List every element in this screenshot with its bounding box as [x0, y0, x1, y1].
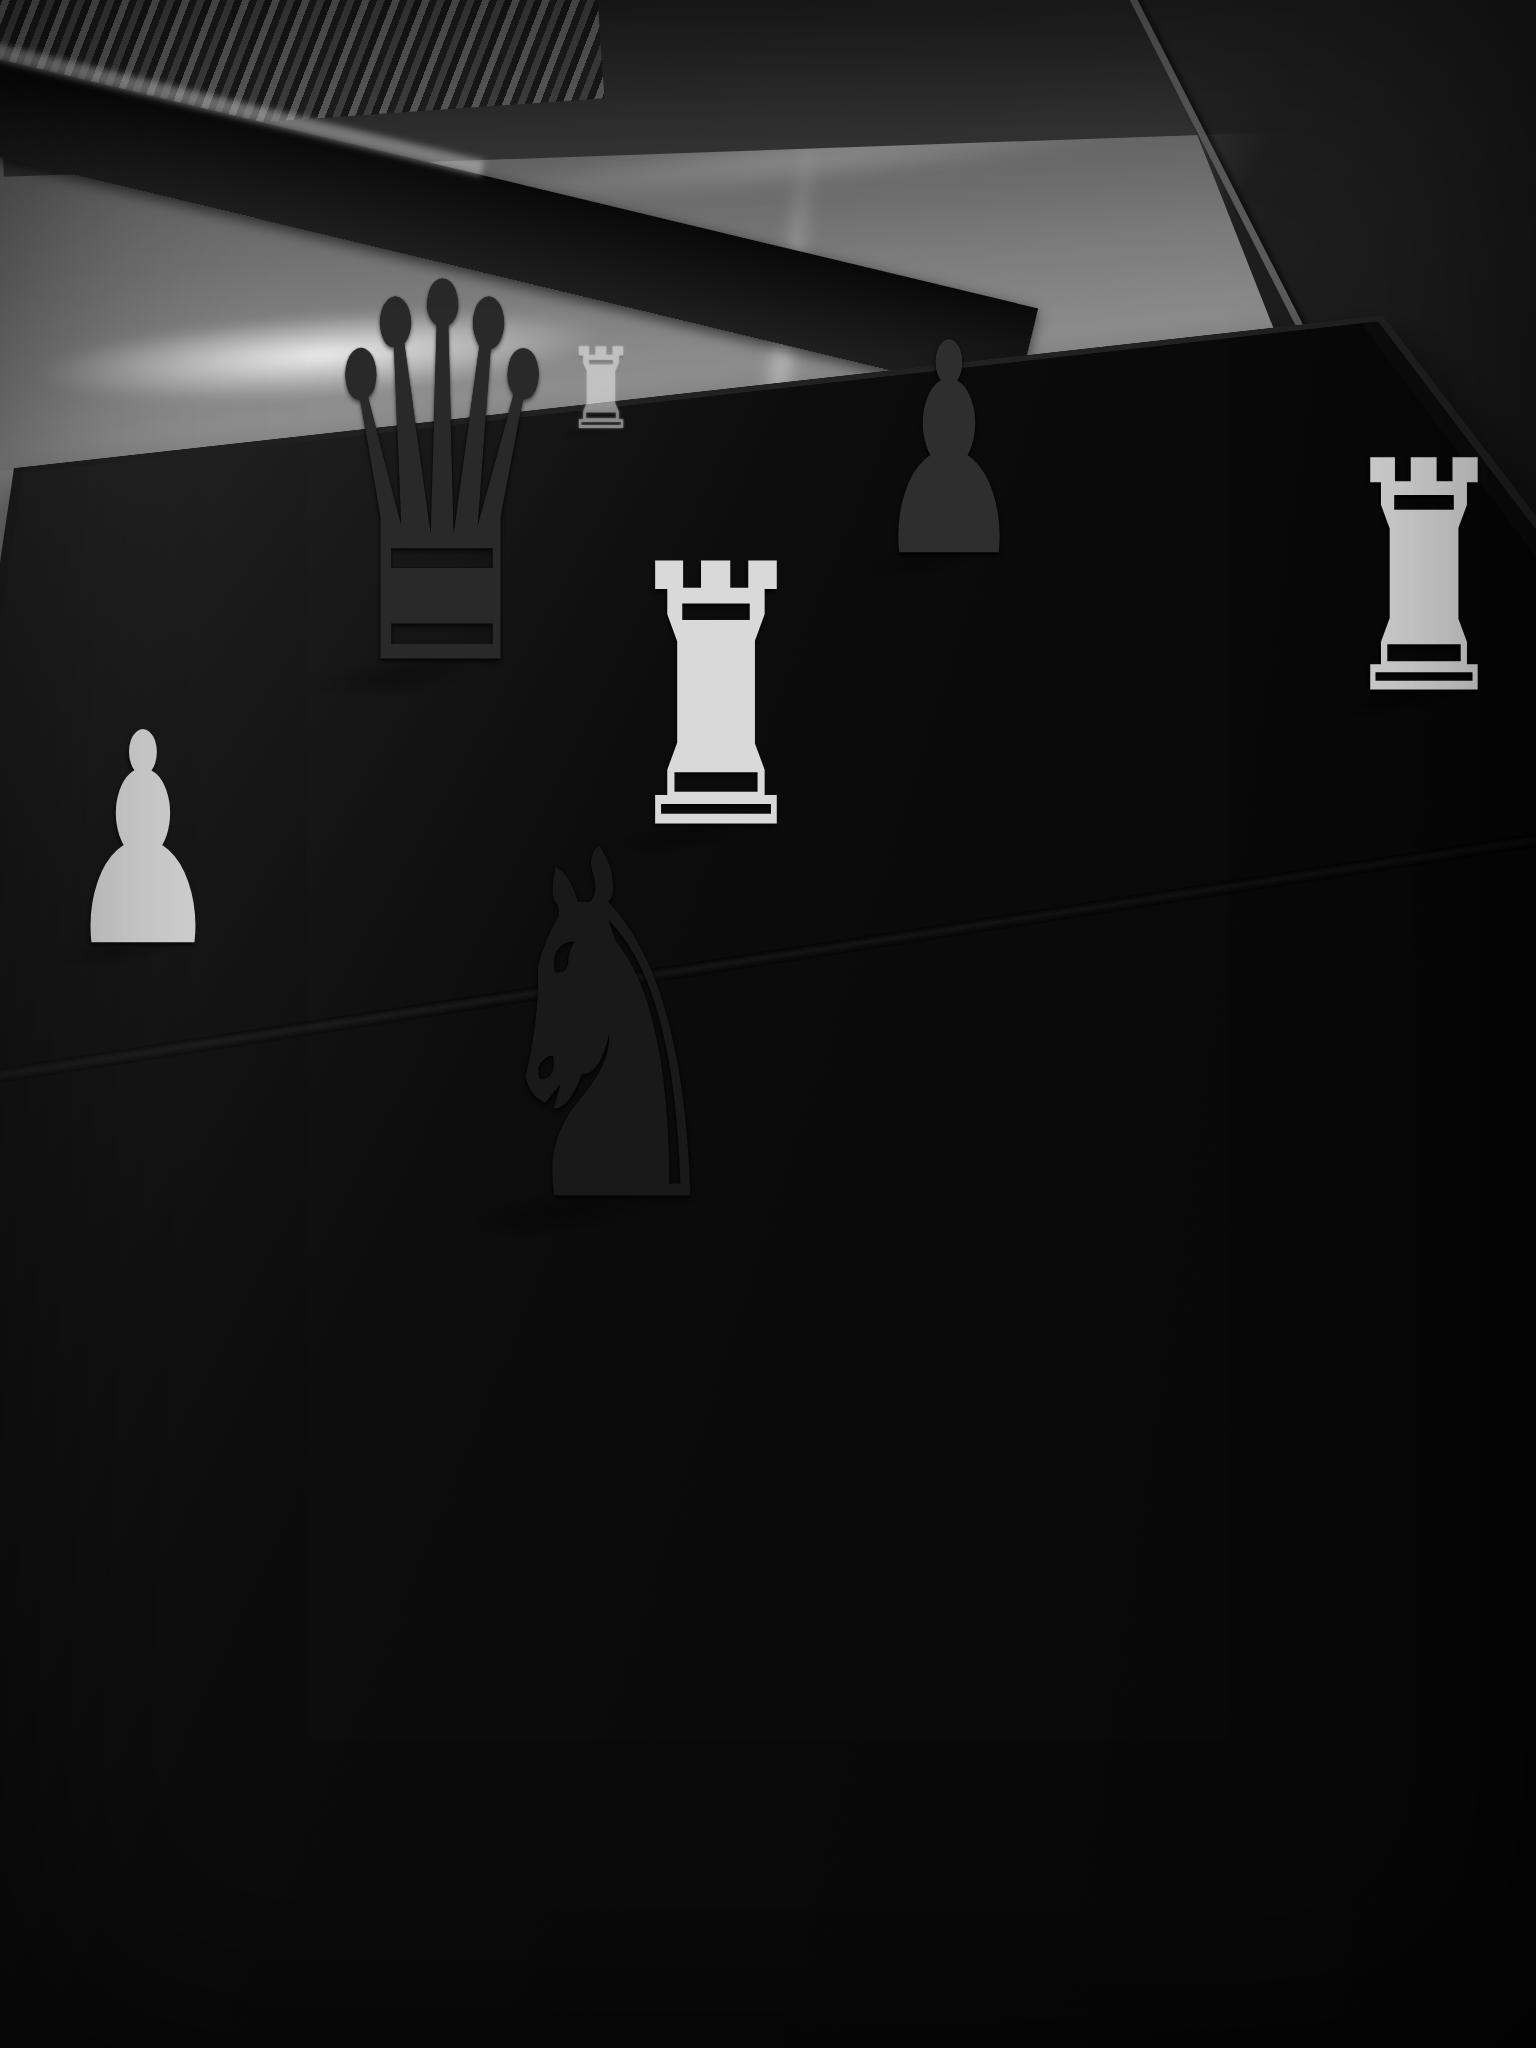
- photo-canvas: ♛♟♜♜♟♞♜: [0, 0, 1536, 2048]
- photo-vignette: [0, 0, 1536, 2048]
